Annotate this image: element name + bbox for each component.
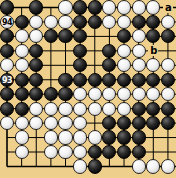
black-stone [117, 130, 131, 144]
white-stone [132, 159, 146, 173]
white-stone [88, 87, 102, 101]
black-stone [132, 145, 146, 159]
white-stone [44, 116, 58, 130]
black-stone [58, 29, 72, 43]
white-stone [58, 0, 72, 14]
black-stone [146, 102, 160, 116]
black-stone [15, 73, 29, 87]
white-stone [117, 102, 131, 116]
white-stone [73, 159, 87, 173]
black-stone [117, 73, 131, 87]
white-stone [73, 102, 87, 116]
black-stone [88, 73, 102, 87]
white-stone [58, 15, 72, 29]
black-stone [0, 102, 14, 116]
white-stone [117, 0, 131, 14]
white-stone [15, 58, 29, 72]
black-stone [0, 0, 14, 14]
black-stone [132, 116, 146, 130]
white-stone [29, 102, 43, 116]
white-stone [15, 145, 29, 159]
white-stone [146, 159, 160, 173]
black-stone [88, 159, 102, 173]
black-stone [161, 73, 175, 87]
black-stone [15, 87, 29, 101]
black-stone [73, 73, 87, 87]
white-stone [73, 130, 87, 144]
white-stone [44, 145, 58, 159]
white-stone [102, 0, 116, 14]
white-stone [88, 130, 102, 144]
white-stone [44, 15, 58, 29]
black-stone [132, 73, 146, 87]
black-stone [132, 15, 146, 29]
white-stone [132, 87, 146, 101]
white-stone [58, 145, 72, 159]
white-stone [132, 58, 146, 72]
black-stone [132, 130, 146, 144]
go-board-diagram: a94b93 [0, 0, 176, 178]
black-stone [29, 0, 43, 14]
black-stone [58, 73, 72, 87]
black-stone [88, 145, 102, 159]
white-stone [117, 15, 131, 29]
white-stone [44, 102, 58, 116]
black-stone [88, 0, 102, 14]
white-stone [132, 44, 146, 58]
white-stone [15, 44, 29, 58]
black-stone [0, 44, 14, 58]
black-stone [102, 130, 116, 144]
point-label-b: b [149, 46, 158, 56]
white-stone [146, 0, 160, 14]
white-stone [58, 116, 72, 130]
black-stone [58, 87, 72, 101]
black-stone [15, 102, 29, 116]
black-stone [15, 15, 29, 29]
white-stone [88, 102, 102, 116]
white-stone-move-94: 94 [0, 15, 14, 29]
black-stone-move-93: 93 [0, 73, 14, 87]
white-stone [161, 159, 175, 173]
black-stone [132, 102, 146, 116]
white-stone [117, 44, 131, 58]
white-stone [132, 0, 146, 14]
black-stone [73, 44, 87, 58]
white-stone [161, 15, 175, 29]
move-number: 93 [1, 74, 13, 87]
point-label-a: a [164, 3, 173, 13]
black-stone [88, 15, 102, 29]
move-number: 94 [1, 16, 13, 29]
white-stone [58, 102, 72, 116]
white-stone [15, 116, 29, 130]
white-stone [15, 130, 29, 144]
black-stone [161, 102, 175, 116]
white-stone [58, 130, 72, 144]
white-stone [44, 130, 58, 144]
black-stone [73, 0, 87, 14]
